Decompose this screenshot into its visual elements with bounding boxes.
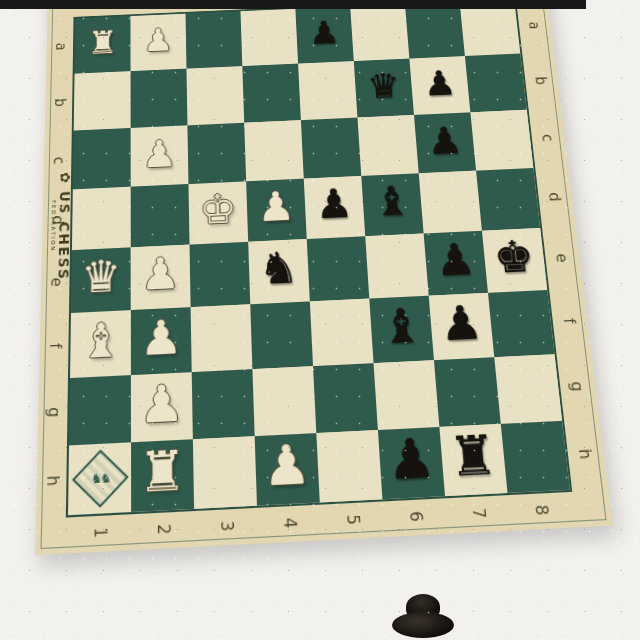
- square-d4[interactable]: ♟: [246, 179, 307, 242]
- file-label-left-b: b: [29, 88, 91, 117]
- piece-black-P-b7[interactable]: ♟: [422, 66, 457, 101]
- piece-white-P-f2[interactable]: ♟: [140, 314, 183, 363]
- square-b4[interactable]: [242, 64, 301, 123]
- captured-piece-off-board[interactable]: [392, 594, 454, 640]
- rank-label-bottom-7: 7: [457, 480, 499, 547]
- square-e6[interactable]: [365, 233, 428, 298]
- piece-white-P-g2[interactable]: ♟: [139, 377, 185, 430]
- square-g2[interactable]: ♟: [131, 372, 193, 442]
- piece-white-R-h2[interactable]: ♜: [138, 443, 187, 500]
- table-edge-shadow: [0, 0, 586, 9]
- square-e5[interactable]: [307, 236, 370, 301]
- file-label-right-e: e: [528, 239, 596, 277]
- piece-black-B-d6[interactable]: ♝: [372, 181, 412, 223]
- rank-label-bottom-1: 1: [81, 499, 118, 567]
- square-e2[interactable]: ♟: [131, 245, 191, 311]
- square-b2[interactable]: [131, 69, 188, 128]
- square-b5[interactable]: [298, 61, 357, 120]
- square-g6[interactable]: [374, 360, 440, 430]
- square-c5[interactable]: [301, 118, 361, 179]
- piece-white-P-d4[interactable]: ♟: [257, 187, 296, 229]
- square-d2[interactable]: [131, 184, 190, 247]
- file-label-right-a: a: [503, 9, 566, 42]
- square-a2[interactable]: ♟: [130, 14, 186, 71]
- square-b7[interactable]: ♟: [409, 56, 470, 115]
- piece-black-P-e7[interactable]: ♟: [434, 238, 477, 283]
- file-label-right-b: b: [509, 64, 573, 98]
- rank-label-bottom-6: 6: [395, 483, 436, 550]
- square-b6[interactable]: ♛: [354, 59, 414, 118]
- corner-logo-knights: ♞♞: [90, 471, 109, 485]
- square-a4[interactable]: [240, 9, 298, 66]
- piece-black-P-f7[interactable]: ♟: [438, 299, 484, 348]
- square-f5[interactable]: [310, 299, 374, 367]
- piece-black-Q-b6[interactable]: ♛: [366, 68, 401, 103]
- square-a6[interactable]: [350, 4, 409, 61]
- file-label-right-g: g: [542, 366, 612, 407]
- file-label-left-g: g: [20, 395, 87, 430]
- captured-piece-base: [392, 612, 454, 638]
- piece-white-P-e2[interactable]: ♟: [140, 252, 180, 297]
- square-f6[interactable]: ♝: [369, 296, 434, 363]
- square-e3[interactable]: [190, 242, 251, 307]
- piece-white-P-c2[interactable]: ♟: [142, 134, 177, 172]
- file-label-left-h: h: [18, 463, 87, 499]
- square-f3[interactable]: [191, 304, 253, 372]
- square-g7[interactable]: [434, 357, 501, 427]
- square-g5[interactable]: [313, 363, 378, 433]
- piece-black-P-d5[interactable]: ♟: [314, 184, 354, 226]
- rank-label-bottom-5: 5: [332, 486, 372, 554]
- square-d7[interactable]: [419, 171, 482, 234]
- square-b3[interactable]: [186, 66, 244, 125]
- rank-label-bottom-2: 2: [144, 496, 181, 564]
- piece-black-P-c7[interactable]: ♟: [426, 121, 464, 159]
- square-d5[interactable]: ♟: [304, 176, 365, 239]
- piece-black-R-h7[interactable]: ♜: [447, 428, 500, 485]
- square-c4[interactable]: [244, 120, 304, 181]
- piece-black-N-e4[interactable]: ♞: [258, 246, 300, 291]
- file-label-right-c: c: [515, 120, 580, 156]
- square-a7[interactable]: [405, 1, 465, 58]
- square-a3[interactable]: [186, 11, 243, 68]
- square-d6[interactable]: ♝: [361, 173, 423, 236]
- square-e7[interactable]: ♟: [424, 231, 488, 296]
- board-grid: ♜♟♟♛♟♟♟♚♟♟♝♛♟♞♟♚♝♟♝♟♟♞♞♜♟♟♜: [68, 0, 570, 515]
- square-c7[interactable]: ♟: [414, 112, 476, 173]
- piece-black-B-f6[interactable]: ♝: [378, 302, 424, 351]
- rank-label-bottom-4: 4: [270, 489, 309, 557]
- square-a5[interactable]: ♟: [295, 6, 353, 63]
- square-c3[interactable]: [187, 123, 246, 184]
- file-label-left-f: f: [22, 329, 88, 363]
- square-f2[interactable]: ♟: [131, 307, 192, 375]
- piece-black-P-a5[interactable]: ♟: [308, 17, 340, 49]
- square-d3[interactable]: ♚: [188, 181, 248, 244]
- rank-label-bottom-3: 3: [207, 493, 245, 561]
- square-c6[interactable]: [357, 115, 418, 176]
- square-f4[interactable]: [250, 302, 313, 370]
- square-c2[interactable]: ♟: [131, 125, 189, 186]
- file-label-left-a: a: [30, 32, 91, 61]
- square-f7[interactable]: ♟: [429, 293, 495, 360]
- chess-board: ✿ US CHESS FEDERATION abcdefgh abcdefgh …: [35, 0, 613, 555]
- uschess-logo: ✿ US CHESS FEDERATION: [41, 157, 73, 298]
- piece-black-P-h6[interactable]: ♟: [385, 431, 437, 488]
- square-g4[interactable]: [252, 366, 316, 436]
- piece-white-P-a2[interactable]: ♟: [143, 24, 174, 56]
- piece-white-P-h4[interactable]: ♟: [262, 437, 312, 494]
- uschess-logo-text: ✿ US CHESS: [55, 157, 73, 297]
- file-label-right-h: h: [549, 433, 621, 475]
- rank-label-bottom-8: 8: [519, 477, 562, 544]
- file-label-right-d: d: [521, 179, 588, 216]
- square-e4[interactable]: ♞: [248, 239, 310, 304]
- square-g3[interactable]: [192, 369, 255, 439]
- piece-white-K-d3[interactable]: ♚: [199, 190, 237, 232]
- file-label-right-f: f: [535, 302, 604, 341]
- piece-white-R-a1[interactable]: ♜: [87, 27, 118, 59]
